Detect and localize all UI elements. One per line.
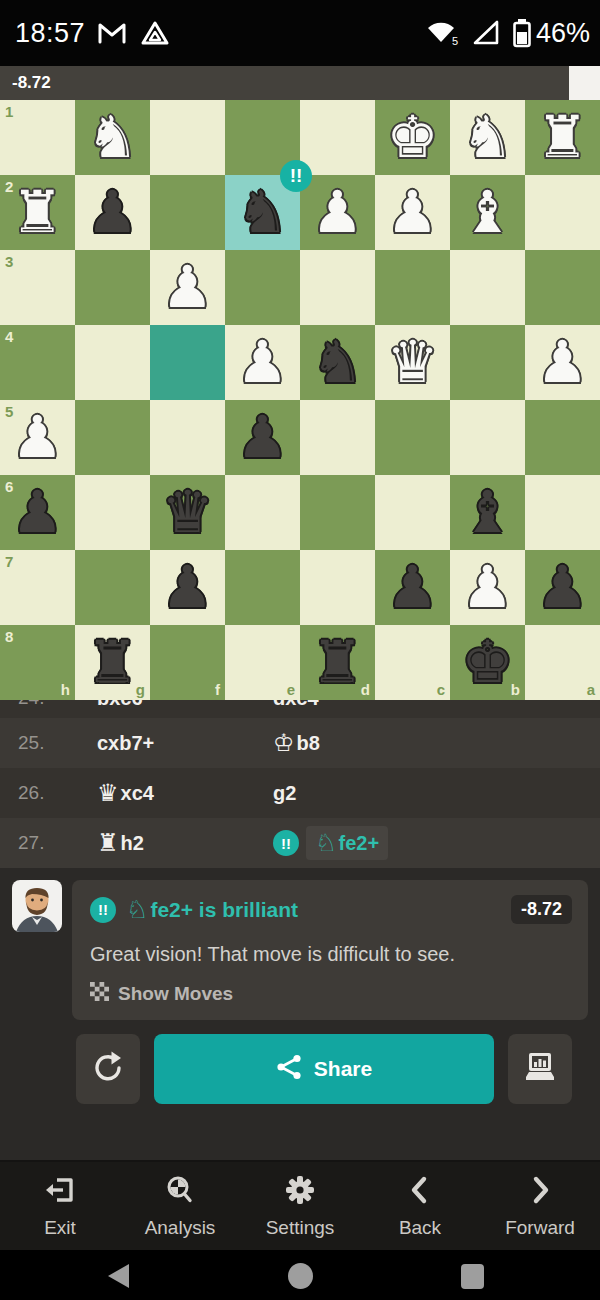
nav-forward-label: Forward [505,1217,575,1239]
exit-icon [43,1174,77,1210]
black-pawn-c7[interactable]: ♟ [387,550,439,625]
square-b6[interactable]: ♝ [450,475,525,550]
black-move[interactable]: ♔b8 [273,729,600,757]
rank-label-2: 2 [5,179,13,194]
white-knight-b1[interactable]: ♞ [462,100,514,175]
rank-label-3: 3 [5,254,13,269]
file-label-c: c [437,682,445,697]
square-e6[interactable] [225,475,300,550]
square-d1[interactable] [300,100,375,175]
square-a7[interactable]: ♟ [525,550,600,625]
square-e5[interactable]: ♟ [225,400,300,475]
gear-icon [283,1174,317,1210]
square-f7[interactable]: ♟ [150,550,225,625]
square-c7[interactable]: ♟ [375,550,450,625]
square-g8[interactable]: g♜ [75,625,150,700]
square-f1[interactable] [150,100,225,175]
android-recents-button[interactable] [461,1264,484,1289]
square-d3[interactable] [300,250,375,325]
black-piece-figurine: ♔ [273,729,295,757]
wifi-generation-label: 5 [452,35,458,47]
chess-analysis-app: 18:57 5 [0,0,600,1300]
knight-figurine-icon: ♘ [126,895,148,924]
black-pawn-g2[interactable]: ♟ [87,175,139,250]
square-b4[interactable] [450,325,525,400]
square-a6[interactable] [525,475,600,550]
white-pawn-d2[interactable]: ♟ [312,175,364,250]
square-d4[interactable]: ♞ [300,325,375,400]
white-king-c1[interactable]: ♚ [387,100,439,175]
black-pawn-h6[interactable]: ♟ [12,475,64,550]
white-move[interactable]: bxc6 [97,700,273,710]
white-pawn-e4[interactable]: ♟ [237,325,289,400]
nav-analysis-label: Analysis [145,1217,216,1239]
white-move[interactable]: ♛xc4 [97,779,273,807]
move-number: 25. [0,732,97,754]
move-row-27[interactable]: 27.♜h2!!♘fe2+ [0,818,600,868]
white-bishop-b2[interactable]: ♝ [462,175,514,250]
square-c2[interactable]: ♟ [375,175,450,250]
black-piece-figurine: ♘ [315,829,337,857]
file-label-g: g [136,682,145,697]
square-f4[interactable] [150,325,225,400]
black-knight-d4[interactable]: ♞ [312,325,364,400]
square-h1[interactable]: 1 [0,100,75,175]
white-knight-g1[interactable]: ♞ [87,100,139,175]
square-c3[interactable] [375,250,450,325]
gmail-notification-icon [96,19,128,47]
android-status-bar: 18:57 5 [0,0,600,66]
move-number: 24. [0,700,97,709]
rank-label-7: 7 [5,554,13,569]
square-a8[interactable]: a [525,625,600,700]
square-c1[interactable]: ♚ [375,100,450,175]
move-list: 24.bxc6dxc425.cxb7+♔b826.♛xc4g227.♜h2!!♘… [0,700,600,868]
coach-avatar [12,880,62,932]
square-a3[interactable] [525,250,600,325]
square-g5[interactable] [75,400,150,475]
move-row-25[interactable]: 25.cxb7+♔b8 [0,718,600,768]
evaluation-bar: -8.72 [0,66,600,100]
square-b7[interactable]: ♟ [450,550,525,625]
black-knight-e2[interactable]: ♞ [237,175,289,250]
square-f8[interactable]: f [150,625,225,700]
square-e7[interactable] [225,550,300,625]
black-move[interactable]: g2 [273,782,600,805]
black-king-b8[interactable]: ♚ [462,625,514,700]
move-row-24[interactable]: 24.bxc6dxc4 [0,700,600,718]
share-label: Share [314,1057,372,1081]
black-rook-d8[interactable]: ♜ [312,625,364,700]
white-piece-figurine: ♜ [97,829,119,857]
white-pawn-a4[interactable]: ♟ [537,325,589,400]
square-f6[interactable]: ♛ [150,475,225,550]
white-pawn-h5[interactable]: ♟ [12,400,64,475]
square-b3[interactable] [450,250,525,325]
square-g4[interactable] [75,325,150,400]
rank-label-5: 5 [5,404,13,419]
app-bottom-nav: Exit Analysis [0,1160,600,1250]
square-c5[interactable] [375,400,450,475]
file-label-e: e [287,682,295,697]
square-h8[interactable]: 8h [0,625,75,700]
black-pawn-e5[interactable]: ♟ [237,400,289,475]
file-label-a: a [587,682,595,697]
retry-button[interactable] [76,1034,140,1104]
square-g2[interactable]: ♟ [75,175,150,250]
rank-label-1: 1 [5,104,13,119]
android-home-button[interactable] [288,1263,313,1289]
nav-back[interactable]: Back [360,1162,480,1250]
white-rook-h2[interactable]: ♜ [12,175,64,250]
square-h5[interactable]: 5♟ [0,400,75,475]
square-d2[interactable]: ♟ [300,175,375,250]
battery-icon [512,18,532,48]
computer-analysis-button[interactable] [508,1034,572,1104]
chevron-left-icon [403,1174,437,1210]
white-move[interactable]: ♜h2 [97,829,273,857]
square-d6[interactable] [300,475,375,550]
android-back-button[interactable] [108,1264,129,1288]
analysis-panel: !! ♘ fe2+ is brilliant -8.72 Great visio… [0,868,600,1160]
mini-board-icon [90,982,109,1006]
black-bishop-b6[interactable]: ♝ [462,475,514,550]
nav-exit-label: Exit [44,1217,76,1239]
square-e4[interactable]: ♟ [225,325,300,400]
square-c4[interactable]: ♛ [375,325,450,400]
square-d8[interactable]: d♜ [300,625,375,700]
file-label-f: f [215,682,220,697]
share-icon [276,1054,302,1085]
black-queen-f6[interactable]: ♛ [162,475,214,550]
square-a5[interactable] [525,400,600,475]
black-move[interactable]: dxc4 [273,700,600,710]
file-label-b: b [511,682,520,697]
nav-exit[interactable]: Exit [0,1162,120,1250]
show-moves-label: Show Moves [118,983,233,1005]
share-button[interactable]: Share [154,1034,494,1104]
show-moves-button[interactable]: Show Moves [90,982,572,1006]
square-b1[interactable]: ♞ [450,100,525,175]
rank-label-8: 8 [5,629,13,644]
move-classification-headline: ♘ fe2+ is brilliant [126,895,298,924]
square-d7[interactable] [300,550,375,625]
move-number: 26. [0,782,97,804]
rank-label-6: 6 [5,479,13,494]
move-row-26[interactable]: 26.♛xc4g2 [0,768,600,818]
laptop-chart-icon [521,1051,559,1088]
chevron-right-icon [523,1174,557,1210]
square-a1[interactable]: ♜ [525,100,600,175]
nav-analysis[interactable]: Analysis [120,1162,240,1250]
square-a2[interactable] [525,175,600,250]
nav-settings-label: Settings [266,1217,335,1239]
white-queen-c4[interactable]: ♛ [387,325,439,400]
nav-forward[interactable]: Forward [480,1162,600,1250]
coach-comment-text: Great vision! That move is difficult to … [90,943,572,966]
square-h2[interactable]: 2♜ [0,175,75,250]
drive-notification-icon [139,19,171,47]
square-c8[interactable]: c [375,625,450,700]
move-number: 27. [0,832,97,854]
white-pawn-c2[interactable]: ♟ [387,175,439,250]
evaluation-chip: -8.72 [511,895,572,924]
black-pawn-a7[interactable]: ♟ [537,550,589,625]
coach-comment-card: !! ♘ fe2+ is brilliant -8.72 Great visio… [72,880,588,1020]
square-a4[interactable]: ♟ [525,325,600,400]
square-e8[interactable]: e [225,625,300,700]
square-h3[interactable]: 3 [0,250,75,325]
nav-back-label: Back [399,1217,441,1239]
square-b2[interactable]: ♝ [450,175,525,250]
highlighted-move-chip[interactable]: ♘fe2+ [306,826,388,860]
square-b8[interactable]: b♚ [450,625,525,700]
android-nav-bar [0,1250,600,1300]
white-move[interactable]: cxb7+ [97,732,273,755]
wifi-icon: 5 [426,18,460,48]
square-g1[interactable]: ♞ [75,100,150,175]
white-piece-figurine: ♛ [97,779,119,807]
square-c6[interactable] [375,475,450,550]
square-h7[interactable]: 7 [0,550,75,625]
black-move[interactable]: !!♘fe2+ [273,826,600,860]
square-h4[interactable]: 4 [0,325,75,400]
white-pawn-f3[interactable]: ♟ [162,250,214,325]
black-rook-g8[interactable]: ♜ [87,625,139,700]
brilliant-badge-icon: !! [273,830,299,856]
square-g3[interactable] [75,250,150,325]
brilliant-badge-icon: !! [90,897,116,923]
evaluation-score: -8.72 [12,73,51,93]
battery-percent: 46% [536,18,590,49]
file-label-h: h [61,682,70,697]
square-f3[interactable]: ♟ [150,250,225,325]
rank-label-4: 4 [5,329,13,344]
analysis-magnifier-icon [163,1174,197,1210]
white-rook-a1[interactable]: ♜ [537,100,589,175]
square-e3[interactable] [225,250,300,325]
brilliant-move-badge: !! [280,160,312,192]
square-h6[interactable]: 6♟ [0,475,75,550]
square-g7[interactable] [75,550,150,625]
square-b5[interactable] [450,400,525,475]
chess-board[interactable]: 1♞♚♞♜2♜♟♞♟♟♝3♟4♟♞♛♟5♟♟6♟♛♝7♟♟♟♟8hg♜fed♜c… [0,100,600,700]
evaluation-white-segment [569,66,600,100]
clock: 18:57 [15,18,85,49]
square-f2[interactable] [150,175,225,250]
black-pawn-f7[interactable]: ♟ [162,550,214,625]
refresh-icon [90,1050,126,1089]
nav-settings[interactable]: Settings [240,1162,360,1250]
white-pawn-b7[interactable]: ♟ [462,550,514,625]
file-label-d: d [361,682,370,697]
cell-signal-icon [471,19,501,47]
square-d5[interactable] [300,400,375,475]
square-f5[interactable] [150,400,225,475]
square-g6[interactable] [75,475,150,550]
